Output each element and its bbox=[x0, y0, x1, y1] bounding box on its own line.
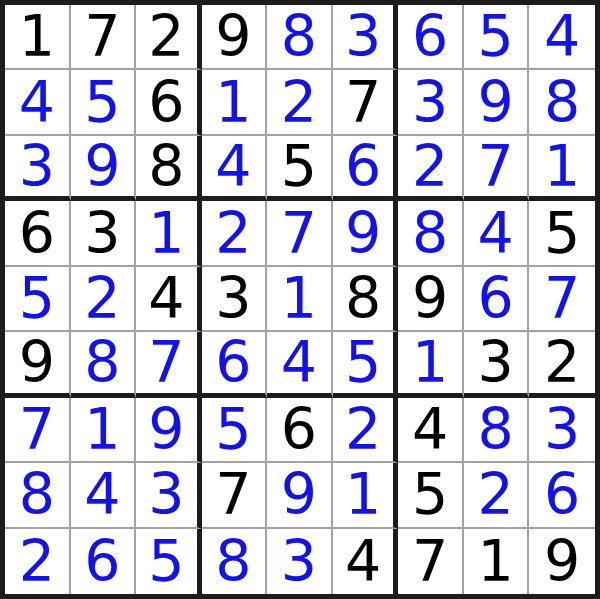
sudoku-cell-r4c3[interactable]: 1 bbox=[136, 201, 202, 266]
sudoku-cell-r2c4[interactable]: 1 bbox=[202, 70, 268, 135]
sudoku-cell-r5c8[interactable]: 6 bbox=[464, 267, 530, 332]
sudoku-cell-r9c1[interactable]: 2 bbox=[5, 529, 71, 594]
sudoku-cell-r2c3[interactable]: 6 bbox=[136, 70, 202, 135]
sudoku-cell-r6c7[interactable]: 1 bbox=[398, 332, 464, 397]
sudoku-cell-r9c3[interactable]: 5 bbox=[136, 529, 202, 594]
sudoku-cell-r4c8[interactable]: 4 bbox=[464, 201, 530, 266]
sudoku-cell-r6c6[interactable]: 5 bbox=[333, 332, 399, 397]
sudoku-cell-r5c2[interactable]: 2 bbox=[71, 267, 137, 332]
sudoku-cell-r6c2[interactable]: 8 bbox=[71, 332, 137, 397]
sudoku-cell-r4c5[interactable]: 7 bbox=[267, 201, 333, 266]
sudoku-cell-r4c7[interactable]: 8 bbox=[398, 201, 464, 266]
sudoku-cell-r6c3[interactable]: 7 bbox=[136, 332, 202, 397]
sudoku-cell-r3c8[interactable]: 7 bbox=[464, 136, 530, 201]
sudoku-cell-r8c3[interactable]: 3 bbox=[136, 463, 202, 528]
sudoku-cell-r4c2[interactable]: 3 bbox=[71, 201, 137, 266]
sudoku-cell-r2c7[interactable]: 3 bbox=[398, 70, 464, 135]
sudoku-cell-r8c6[interactable]: 1 bbox=[333, 463, 399, 528]
sudoku-cell-r3c9[interactable]: 1 bbox=[529, 136, 595, 201]
sudoku-cell-r6c4[interactable]: 6 bbox=[202, 332, 268, 397]
sudoku-cell-r8c7[interactable]: 5 bbox=[398, 463, 464, 528]
sudoku-cell-r2c8[interactable]: 9 bbox=[464, 70, 530, 135]
sudoku-cell-r3c1[interactable]: 3 bbox=[5, 136, 71, 201]
sudoku-cell-r7c6[interactable]: 2 bbox=[333, 398, 399, 463]
sudoku-cell-r1c2[interactable]: 7 bbox=[71, 5, 137, 70]
sudoku-cell-r2c9[interactable]: 8 bbox=[529, 70, 595, 135]
sudoku-cell-r1c1[interactable]: 1 bbox=[5, 5, 71, 70]
sudoku-cell-r7c1[interactable]: 7 bbox=[5, 398, 71, 463]
sudoku-cell-r8c8[interactable]: 2 bbox=[464, 463, 530, 528]
sudoku-cell-r4c9[interactable]: 5 bbox=[529, 201, 595, 266]
sudoku-cell-r9c5[interactable]: 3 bbox=[267, 529, 333, 594]
sudoku-cell-r3c5[interactable]: 5 bbox=[267, 136, 333, 201]
sudoku-cell-r7c9[interactable]: 3 bbox=[529, 398, 595, 463]
sudoku-cell-r9c4[interactable]: 8 bbox=[202, 529, 268, 594]
sudoku-cell-r1c6[interactable]: 3 bbox=[333, 5, 399, 70]
sudoku-cell-r5c6[interactable]: 8 bbox=[333, 267, 399, 332]
sudoku-cell-r7c8[interactable]: 8 bbox=[464, 398, 530, 463]
sudoku-cell-r2c2[interactable]: 5 bbox=[71, 70, 137, 135]
sudoku-cell-r9c6[interactable]: 4 bbox=[333, 529, 399, 594]
sudoku-cell-r8c2[interactable]: 4 bbox=[71, 463, 137, 528]
sudoku-cell-r1c7[interactable]: 6 bbox=[398, 5, 464, 70]
sudoku-cell-r3c4[interactable]: 4 bbox=[202, 136, 268, 201]
sudoku-cell-r2c5[interactable]: 2 bbox=[267, 70, 333, 135]
sudoku-cell-r2c1[interactable]: 4 bbox=[5, 70, 71, 135]
sudoku-cell-r1c3[interactable]: 2 bbox=[136, 5, 202, 70]
sudoku-cell-r2c6[interactable]: 7 bbox=[333, 70, 399, 135]
sudoku-cell-r7c5[interactable]: 6 bbox=[267, 398, 333, 463]
sudoku-cell-r1c9[interactable]: 4 bbox=[529, 5, 595, 70]
sudoku-board: 1729836544561273983984562716312798455243… bbox=[0, 0, 600, 599]
sudoku-cell-r9c8[interactable]: 1 bbox=[464, 529, 530, 594]
sudoku-app: 1729836544561273983984562716312798455243… bbox=[0, 0, 600, 599]
sudoku-cell-r4c4[interactable]: 2 bbox=[202, 201, 268, 266]
sudoku-cell-r9c7[interactable]: 7 bbox=[398, 529, 464, 594]
sudoku-cell-r9c9[interactable]: 9 bbox=[529, 529, 595, 594]
sudoku-cell-r7c2[interactable]: 1 bbox=[71, 398, 137, 463]
sudoku-cell-r5c1[interactable]: 5 bbox=[5, 267, 71, 332]
sudoku-cell-r3c3[interactable]: 8 bbox=[136, 136, 202, 201]
sudoku-cell-r1c4[interactable]: 9 bbox=[202, 5, 268, 70]
sudoku-cell-r5c4[interactable]: 3 bbox=[202, 267, 268, 332]
sudoku-cell-r3c2[interactable]: 9 bbox=[71, 136, 137, 201]
sudoku-cell-r7c7[interactable]: 4 bbox=[398, 398, 464, 463]
sudoku-cell-r9c2[interactable]: 6 bbox=[71, 529, 137, 594]
sudoku-cell-r4c6[interactable]: 9 bbox=[333, 201, 399, 266]
sudoku-cell-r6c9[interactable]: 2 bbox=[529, 332, 595, 397]
sudoku-cell-r7c3[interactable]: 9 bbox=[136, 398, 202, 463]
sudoku-cell-r8c9[interactable]: 6 bbox=[529, 463, 595, 528]
sudoku-cell-r5c3[interactable]: 4 bbox=[136, 267, 202, 332]
sudoku-cell-r6c1[interactable]: 9 bbox=[5, 332, 71, 397]
sudoku-cell-r5c5[interactable]: 1 bbox=[267, 267, 333, 332]
sudoku-cell-r5c9[interactable]: 7 bbox=[529, 267, 595, 332]
sudoku-cell-r6c8[interactable]: 3 bbox=[464, 332, 530, 397]
sudoku-cell-r4c1[interactable]: 6 bbox=[5, 201, 71, 266]
sudoku-cell-r7c4[interactable]: 5 bbox=[202, 398, 268, 463]
sudoku-cell-r6c5[interactable]: 4 bbox=[267, 332, 333, 397]
sudoku-cell-r8c4[interactable]: 7 bbox=[202, 463, 268, 528]
sudoku-cell-r1c8[interactable]: 5 bbox=[464, 5, 530, 70]
sudoku-cell-r8c5[interactable]: 9 bbox=[267, 463, 333, 528]
sudoku-cell-r1c5[interactable]: 8 bbox=[267, 5, 333, 70]
sudoku-cell-r8c1[interactable]: 8 bbox=[5, 463, 71, 528]
sudoku-cell-r5c7[interactable]: 9 bbox=[398, 267, 464, 332]
sudoku-cell-r3c7[interactable]: 2 bbox=[398, 136, 464, 201]
sudoku-cell-r3c6[interactable]: 6 bbox=[333, 136, 399, 201]
